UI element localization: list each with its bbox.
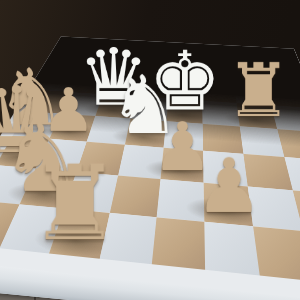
- square-f2: ♟: [204, 183, 253, 226]
- tan-rook-c1: ♜: [9, 151, 141, 255]
- board-scene: ♛♚♜♞♟♞♛♟♞♟♜: [0, 0, 300, 300]
- chess-photo: ♛♚♜♞♟♞♛♟♞♟♜: [0, 0, 300, 300]
- square-e1: [152, 217, 205, 269]
- tan-pawn-f2: ♟: [167, 148, 289, 223]
- square-f1: [204, 222, 259, 276]
- square-g1: [253, 226, 300, 281]
- chess-board: ♛♚♜♞♟♞♛♟♞♟♜: [0, 36, 300, 300]
- square-c1: ♜: [49, 209, 110, 259]
- square-g5: ♜: [237, 103, 278, 129]
